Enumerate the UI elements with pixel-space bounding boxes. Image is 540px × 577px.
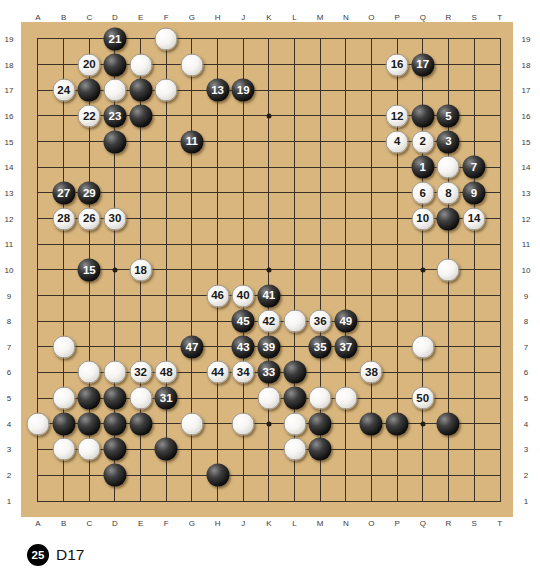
column-label-bottom-N: N	[343, 519, 349, 528]
stone-move-number: 16	[391, 59, 404, 71]
row-label-right-16: 16	[522, 111, 531, 120]
row-label-left-6: 6	[7, 368, 11, 377]
stone-move-number: 12	[391, 110, 404, 122]
row-label-right-18: 18	[522, 60, 531, 69]
row-label-left-2: 2	[7, 471, 11, 480]
column-label-bottom-T: T	[497, 519, 502, 528]
caption-location: D17	[56, 546, 84, 564]
stone-D16[interactable]: 23	[103, 104, 126, 127]
stone-H2[interactable]	[206, 464, 229, 487]
stone-move-number: 10	[416, 213, 429, 225]
row-label-right-7: 7	[524, 342, 528, 351]
row-label-left-15: 15	[5, 137, 14, 146]
column-label-bottom-H: H	[215, 519, 221, 528]
stone-move-number: 8	[445, 187, 451, 199]
stone-move-number: 2	[420, 136, 426, 148]
stone-H17[interactable]: 13	[206, 79, 229, 102]
stone-O4[interactable]	[360, 412, 383, 435]
row-label-right-3: 3	[524, 445, 528, 454]
stone-M7[interactable]: 35	[309, 335, 332, 358]
stone-R4[interactable]	[437, 412, 460, 435]
column-label-top-R: R	[446, 13, 452, 22]
column-label-bottom-F: F	[164, 519, 169, 528]
star-point	[420, 267, 425, 272]
column-label-bottom-A: A	[35, 519, 40, 528]
row-label-left-7: 7	[7, 342, 11, 351]
column-label-top-A: A	[35, 13, 40, 22]
row-label-left-5: 5	[7, 394, 11, 403]
stone-Q13[interactable]: 6	[411, 181, 434, 204]
stone-E6[interactable]: 32	[129, 361, 152, 384]
stone-R10[interactable]	[437, 258, 460, 281]
stone-Q15[interactable]: 2	[411, 130, 434, 153]
stone-D19[interactable]: 21	[103, 28, 126, 51]
stone-B4[interactable]	[52, 412, 75, 435]
stone-D3[interactable]	[103, 438, 126, 461]
stone-move-number: 45	[237, 315, 250, 327]
stone-move-number: 15	[83, 264, 96, 276]
stone-S12[interactable]: 14	[463, 207, 486, 230]
stone-move-number: 41	[262, 290, 275, 302]
stone-N7[interactable]: 37	[334, 335, 357, 358]
stone-move-number: 4	[394, 136, 400, 148]
column-label-top-O: O	[368, 13, 374, 22]
stone-move-number: 49	[339, 315, 352, 327]
stone-B17[interactable]: 24	[52, 79, 75, 102]
stone-move-number: 32	[134, 367, 147, 379]
stone-S14[interactable]: 7	[463, 156, 486, 179]
column-label-bottom-M: M	[317, 519, 324, 528]
stone-C13[interactable]: 29	[78, 181, 101, 204]
row-label-left-19: 19	[5, 35, 14, 44]
stone-move-number: 44	[211, 367, 224, 379]
row-label-right-4: 4	[524, 419, 528, 428]
row-label-left-1: 1	[7, 496, 11, 505]
stone-move-number: 31	[160, 392, 173, 404]
stone-R15[interactable]: 3	[437, 130, 460, 153]
stone-B5[interactable]	[52, 387, 75, 410]
row-label-right-6: 6	[524, 368, 528, 377]
stone-O6[interactable]: 38	[360, 361, 383, 384]
stone-move-number: 46	[211, 290, 224, 302]
stone-move-number: 7	[471, 162, 477, 174]
stone-move-number: 11	[186, 136, 198, 148]
stone-D17[interactable]	[103, 79, 126, 102]
stone-move-number: 14	[468, 213, 481, 225]
column-label-top-Q: Q	[420, 13, 426, 22]
column-label-bottom-O: O	[368, 519, 374, 528]
stone-K9[interactable]: 41	[257, 284, 280, 307]
stone-L4[interactable]	[283, 412, 306, 435]
stone-move-number: 29	[83, 187, 96, 199]
stone-M8[interactable]: 36	[309, 310, 332, 333]
row-label-right-12: 12	[522, 214, 531, 223]
stone-move-number: 1	[420, 162, 426, 174]
stone-move-number: 40	[237, 290, 250, 302]
stone-F5[interactable]: 31	[155, 387, 178, 410]
stone-move-number: 28	[57, 213, 70, 225]
row-label-left-4: 4	[7, 419, 11, 428]
stone-P18[interactable]: 16	[386, 53, 409, 76]
stone-L8[interactable]	[283, 310, 306, 333]
stone-G4[interactable]	[180, 412, 203, 435]
stone-L3[interactable]	[283, 438, 306, 461]
stone-B3[interactable]	[52, 438, 75, 461]
column-label-top-B: B	[61, 13, 66, 22]
row-label-left-12: 12	[5, 214, 14, 223]
stone-move-number: 6	[420, 187, 426, 199]
star-point	[266, 267, 271, 272]
stone-F3[interactable]	[155, 438, 178, 461]
stone-C3[interactable]	[78, 438, 101, 461]
grid-line	[345, 39, 346, 501]
row-label-right-17: 17	[522, 86, 531, 95]
column-label-bottom-D: D	[112, 519, 118, 528]
stone-move-number: 21	[109, 33, 122, 45]
column-label-top-G: G	[189, 13, 195, 22]
stone-F6[interactable]: 48	[155, 361, 178, 384]
stone-move-number: 23	[109, 110, 122, 122]
stone-C12[interactable]: 26	[78, 207, 101, 230]
stone-move-number: 17	[416, 59, 429, 71]
stone-E18[interactable]	[129, 53, 152, 76]
star-point	[266, 113, 271, 118]
stone-move-number: 22	[83, 110, 96, 122]
column-label-bottom-G: G	[189, 519, 195, 528]
stone-R16[interactable]: 5	[437, 104, 460, 127]
stone-F19[interactable]	[155, 28, 178, 51]
stone-move-number: 38	[365, 367, 378, 379]
star-point	[266, 421, 271, 426]
stone-K6[interactable]: 33	[257, 361, 280, 384]
row-label-left-16: 16	[5, 111, 14, 120]
stone-B7[interactable]	[52, 335, 75, 358]
stone-N8[interactable]: 49	[334, 310, 357, 333]
row-label-right-13: 13	[522, 188, 531, 197]
stone-J7[interactable]: 43	[232, 335, 255, 358]
column-label-bottom-C: C	[86, 519, 92, 528]
stone-move-number: 3	[445, 136, 451, 148]
stone-move-number: 48	[160, 367, 173, 379]
stone-C16[interactable]: 22	[78, 104, 101, 127]
stone-move-number: 42	[262, 315, 275, 327]
column-label-top-D: D	[112, 13, 118, 22]
stone-K8[interactable]: 42	[257, 310, 280, 333]
stone-F17[interactable]	[155, 79, 178, 102]
stone-D2[interactable]	[103, 464, 126, 487]
stone-move-number: 43	[237, 341, 250, 353]
stone-Q14[interactable]: 1	[411, 156, 434, 179]
row-label-left-13: 13	[5, 188, 14, 197]
stone-move-number: 36	[314, 315, 327, 327]
column-label-bottom-B: B	[61, 519, 66, 528]
stone-move-number: 35	[314, 341, 327, 353]
stone-move-number: 34	[237, 367, 250, 379]
row-label-left-14: 14	[5, 163, 14, 172]
star-point	[112, 267, 117, 272]
move-caption: 25 D17	[27, 544, 84, 566]
column-label-bottom-P: P	[394, 519, 399, 528]
stone-C18[interactable]: 20	[78, 53, 101, 76]
stone-M5[interactable]	[309, 387, 332, 410]
stone-D5[interactable]	[103, 387, 126, 410]
stone-J8[interactable]: 45	[232, 310, 255, 333]
stone-move-number: 9	[471, 187, 477, 199]
column-label-bottom-S: S	[471, 519, 476, 528]
column-label-top-T: T	[497, 13, 502, 22]
stone-J6[interactable]: 34	[232, 361, 255, 384]
column-label-top-F: F	[164, 13, 169, 22]
stone-R14[interactable]	[437, 156, 460, 179]
row-label-left-9: 9	[7, 291, 11, 300]
column-label-bottom-L: L	[292, 519, 296, 528]
stone-D12[interactable]: 30	[103, 207, 126, 230]
stone-C5[interactable]	[78, 387, 101, 410]
stone-J17[interactable]: 19	[232, 79, 255, 102]
stone-D18[interactable]	[103, 53, 126, 76]
stone-Q18[interactable]: 17	[411, 53, 434, 76]
stone-E16[interactable]	[129, 104, 152, 127]
stone-E5[interactable]	[129, 387, 152, 410]
column-label-top-M: M	[317, 13, 324, 22]
row-label-left-17: 17	[5, 86, 14, 95]
stone-N5[interactable]	[334, 387, 357, 410]
stone-move-number: 19	[237, 85, 250, 97]
stone-G7[interactable]: 47	[180, 335, 203, 358]
stone-move-number: 37	[339, 341, 352, 353]
stone-P4[interactable]	[386, 412, 409, 435]
stone-B13[interactable]: 27	[52, 181, 75, 204]
stone-D6[interactable]	[103, 361, 126, 384]
stone-move-number: 26	[83, 213, 96, 225]
row-label-right-11: 11	[522, 240, 530, 249]
caption-move-number: 25	[32, 549, 45, 561]
stone-E17[interactable]	[129, 79, 152, 102]
row-label-left-3: 3	[7, 445, 11, 454]
column-label-top-H: H	[215, 13, 221, 22]
stone-S13[interactable]: 9	[463, 181, 486, 204]
row-label-right-10: 10	[522, 265, 531, 274]
stone-move-number: 5	[445, 110, 451, 122]
stone-move-number: 13	[211, 85, 224, 97]
stone-Q16[interactable]	[411, 104, 434, 127]
column-label-bottom-J: J	[241, 519, 245, 528]
row-label-left-8: 8	[7, 317, 11, 326]
stone-R13[interactable]: 8	[437, 181, 460, 204]
row-label-right-19: 19	[522, 35, 531, 44]
column-label-top-E: E	[138, 13, 143, 22]
stone-P15[interactable]: 4	[386, 130, 409, 153]
star-point	[420, 421, 425, 426]
column-label-top-K: K	[266, 13, 271, 22]
stone-P16[interactable]: 12	[386, 104, 409, 127]
column-label-top-S: S	[471, 13, 476, 22]
stone-D4[interactable]	[103, 412, 126, 435]
stone-B12[interactable]: 28	[52, 207, 75, 230]
row-label-right-8: 8	[524, 317, 528, 326]
row-label-right-2: 2	[524, 471, 528, 480]
row-label-right-9: 9	[524, 291, 528, 300]
row-label-left-10: 10	[5, 265, 14, 274]
row-label-right-5: 5	[524, 394, 528, 403]
row-label-right-15: 15	[522, 137, 531, 146]
column-label-bottom-Q: Q	[420, 519, 426, 528]
stone-H6[interactable]: 44	[206, 361, 229, 384]
stone-A4[interactable]	[27, 412, 50, 435]
column-label-top-L: L	[292, 13, 296, 22]
column-label-bottom-E: E	[138, 519, 143, 528]
stone-G18[interactable]	[180, 53, 203, 76]
column-label-top-C: C	[86, 13, 92, 22]
column-label-top-N: N	[343, 13, 349, 22]
stone-move-number: 27	[57, 187, 70, 199]
stone-J9[interactable]: 40	[232, 284, 255, 307]
column-label-top-P: P	[394, 13, 399, 22]
row-label-right-1: 1	[524, 496, 528, 505]
column-label-bottom-R: R	[446, 519, 452, 528]
go-board[interactable]: 2120161724131922231251142317272968928263…	[21, 22, 513, 517]
stone-D15[interactable]	[103, 130, 126, 153]
stone-C10[interactable]: 15	[78, 258, 101, 281]
stone-Q12[interactable]: 10	[411, 207, 434, 230]
stone-R12[interactable]	[437, 207, 460, 230]
stone-move-number: 39	[262, 341, 275, 353]
stone-move-number: 24	[57, 85, 70, 97]
row-label-left-18: 18	[5, 60, 14, 69]
column-label-bottom-K: K	[266, 519, 271, 528]
row-label-left-11: 11	[5, 240, 13, 249]
stone-K5[interactable]	[257, 387, 280, 410]
caption-black-stone-icon: 25	[27, 544, 49, 566]
row-label-right-14: 14	[522, 163, 531, 172]
stone-Q7[interactable]	[411, 335, 434, 358]
stone-L5[interactable]	[283, 387, 306, 410]
stone-L6[interactable]	[283, 361, 306, 384]
stone-H9[interactable]: 46	[206, 284, 229, 307]
grid-line	[474, 39, 475, 501]
stone-move-number: 20	[83, 59, 96, 71]
stone-M4[interactable]	[309, 412, 332, 435]
stone-C6[interactable]	[78, 361, 101, 384]
stone-move-number: 18	[134, 264, 147, 276]
stone-K7[interactable]: 39	[257, 335, 280, 358]
stone-C17[interactable]	[78, 79, 101, 102]
stone-C4[interactable]	[78, 412, 101, 435]
stone-move-number: 33	[262, 367, 275, 379]
stone-E4[interactable]	[129, 412, 152, 435]
stone-E10[interactable]: 18	[129, 258, 152, 281]
stone-J4[interactable]	[232, 412, 255, 435]
stone-Q5[interactable]: 50	[411, 387, 434, 410]
stone-M3[interactable]	[309, 438, 332, 461]
column-label-top-J: J	[241, 13, 245, 22]
stone-G15[interactable]: 11	[180, 130, 203, 153]
stone-move-number: 47	[185, 341, 198, 353]
stone-move-number: 50	[416, 392, 429, 404]
stone-move-number: 30	[109, 213, 122, 225]
